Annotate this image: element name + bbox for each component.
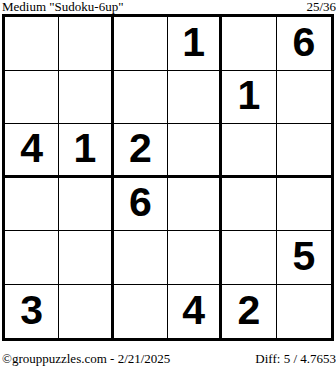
- sudoku-board: 16141265342: [2, 14, 334, 341]
- given-digit: 3: [20, 290, 43, 331]
- copyright-text: ©grouppuzzles.com - 2/21/2025: [2, 352, 170, 366]
- given-digit: 1: [238, 75, 261, 116]
- cell-r3c4: [168, 124, 222, 178]
- cell-r6c3: [114, 285, 168, 339]
- given-digit: 4: [182, 290, 205, 331]
- sudoku-page: { "game": "sudoku", "variant": "6x6 Sudo…: [0, 0, 336, 370]
- cell-r3c3: 2: [114, 124, 168, 178]
- given-digit: 4: [20, 128, 43, 169]
- cell-r2c6: [277, 71, 331, 125]
- cell-r6c4: 4: [168, 285, 222, 339]
- cell-r5c2: [59, 231, 113, 285]
- cell-r2c3: [114, 71, 168, 125]
- puzzle-title: Medium "Sudoku-6up": [2, 0, 123, 14]
- cell-r4c4: [168, 178, 222, 232]
- cell-r6c6: [277, 285, 331, 339]
- cell-r5c5: [222, 231, 276, 285]
- given-digit: 1: [74, 128, 97, 169]
- cell-r6c5: 2: [222, 285, 276, 339]
- given-digit: 6: [129, 182, 152, 223]
- cell-r6c1: 3: [5, 285, 59, 339]
- cell-r1c3: [114, 17, 168, 71]
- cell-r4c2: [59, 178, 113, 232]
- cell-r5c6: 5: [277, 231, 331, 285]
- cell-r6c2: [59, 285, 113, 339]
- cell-r3c5: [222, 124, 276, 178]
- cell-r5c3: [114, 231, 168, 285]
- cell-r1c5: [222, 17, 276, 71]
- cell-r4c1: [5, 178, 59, 232]
- cell-r2c4: [168, 71, 222, 125]
- cell-r2c1: [5, 71, 59, 125]
- cell-r1c1: [5, 17, 59, 71]
- cell-r1c6: 6: [277, 17, 331, 71]
- given-digit: 2: [238, 290, 261, 331]
- cell-r3c6: [277, 124, 331, 178]
- cell-r3c2: 1: [59, 124, 113, 178]
- given-digit: 2: [129, 128, 152, 169]
- cell-r1c2: [59, 17, 113, 71]
- given-digit: 6: [292, 22, 315, 63]
- cell-r2c2: [59, 71, 113, 125]
- difficulty-text: Diff: 5 / 4.7653: [255, 352, 336, 366]
- cell-r1c4: 1: [168, 17, 222, 71]
- cell-r2c5: 1: [222, 71, 276, 125]
- cell-r3c1: 4: [5, 124, 59, 178]
- cell-r5c1: [5, 231, 59, 285]
- given-digit: 1: [182, 22, 205, 63]
- cell-r5c4: [168, 231, 222, 285]
- cell-r4c3: 6: [114, 178, 168, 232]
- given-digit: 5: [292, 236, 315, 277]
- cell-r4c5: [222, 178, 276, 232]
- cell-r4c6: [277, 178, 331, 232]
- puzzle-counter: 25/36: [306, 0, 336, 14]
